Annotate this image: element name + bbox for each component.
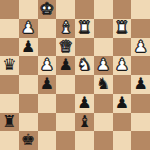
- square-e1[interactable]: [75, 131, 94, 150]
- square-c8[interactable]: ♚: [38, 0, 57, 19]
- square-e5[interactable]: ♞: [75, 56, 94, 75]
- square-a6[interactable]: [0, 38, 19, 57]
- square-c2[interactable]: [38, 113, 57, 132]
- square-a8[interactable]: [0, 0, 19, 19]
- square-f4[interactable]: ♞: [94, 75, 113, 94]
- square-d5[interactable]: ♟: [56, 56, 75, 75]
- white-pawn-icon: ♟: [21, 19, 35, 38]
- black-king-icon: ♚: [21, 131, 35, 150]
- square-h8[interactable]: [131, 0, 150, 19]
- white-bishop-icon: ♝: [58, 19, 72, 38]
- black-pawn-icon: ♟: [133, 75, 147, 94]
- square-a5[interactable]: ♛: [0, 56, 19, 75]
- square-b5[interactable]: [19, 56, 38, 75]
- square-a2[interactable]: ♜: [0, 113, 19, 132]
- black-queen-icon: ♛: [2, 56, 16, 75]
- square-e8[interactable]: [75, 0, 94, 19]
- square-h3[interactable]: [131, 94, 150, 113]
- white-queen-icon: ♛: [58, 38, 72, 57]
- square-f8[interactable]: [94, 0, 113, 19]
- square-d1[interactable]: [56, 131, 75, 150]
- white-king-icon: ♚: [40, 0, 54, 19]
- square-g6[interactable]: [113, 38, 132, 57]
- square-c5[interactable]: ♟: [38, 56, 57, 75]
- white-pawn-icon: ♟: [40, 56, 54, 75]
- square-g8[interactable]: [113, 0, 132, 19]
- square-e6[interactable]: [75, 38, 94, 57]
- black-pawn-icon: ♟: [115, 94, 129, 113]
- square-c6[interactable]: [38, 38, 57, 57]
- square-b7[interactable]: ♟: [19, 19, 38, 38]
- square-g4[interactable]: [113, 75, 132, 94]
- square-g1[interactable]: [113, 131, 132, 150]
- white-rook-icon: ♜: [77, 19, 91, 38]
- white-knight-icon: ♞: [77, 56, 91, 75]
- chess-board: ♚♟♝♜♜♟♛♟♛♟♟♞♟♟♟♞♟♟♟♜♝♚: [0, 0, 150, 150]
- square-h1[interactable]: [131, 131, 150, 150]
- square-g5[interactable]: ♟: [113, 56, 132, 75]
- square-c7[interactable]: [38, 19, 57, 38]
- square-g3[interactable]: ♟: [113, 94, 132, 113]
- square-e3[interactable]: ♟: [75, 94, 94, 113]
- square-d7[interactable]: ♝: [56, 19, 75, 38]
- square-g7[interactable]: ♜: [113, 19, 132, 38]
- black-knight-icon: ♞: [96, 75, 110, 94]
- square-c3[interactable]: [38, 94, 57, 113]
- square-f7[interactable]: [94, 19, 113, 38]
- square-h5[interactable]: [131, 56, 150, 75]
- square-h7[interactable]: [131, 19, 150, 38]
- square-d8[interactable]: [56, 0, 75, 19]
- white-pawn-icon: ♟: [96, 56, 110, 75]
- square-e7[interactable]: ♜: [75, 19, 94, 38]
- square-f6[interactable]: [94, 38, 113, 57]
- square-d4[interactable]: [56, 75, 75, 94]
- square-b3[interactable]: [19, 94, 38, 113]
- square-f3[interactable]: [94, 94, 113, 113]
- white-pawn-icon: ♟: [115, 56, 129, 75]
- square-b2[interactable]: [19, 113, 38, 132]
- black-rook-icon: ♜: [2, 113, 16, 132]
- black-pawn-icon: ♟: [58, 56, 72, 75]
- square-b1[interactable]: ♚: [19, 131, 38, 150]
- square-b4[interactable]: [19, 75, 38, 94]
- square-c1[interactable]: [38, 131, 57, 150]
- white-rook-icon: ♜: [115, 19, 129, 38]
- black-bishop-icon: ♝: [77, 113, 91, 132]
- black-pawn-icon: ♟: [77, 94, 91, 113]
- square-a1[interactable]: [0, 131, 19, 150]
- square-e2[interactable]: ♝: [75, 113, 94, 132]
- square-a7[interactable]: [0, 19, 19, 38]
- square-a3[interactable]: [0, 94, 19, 113]
- square-c4[interactable]: ♟: [38, 75, 57, 94]
- square-b6[interactable]: ♟: [19, 38, 38, 57]
- white-pawn-icon: ♟: [133, 38, 147, 57]
- square-b8[interactable]: [19, 0, 38, 19]
- black-pawn-icon: ♟: [40, 75, 54, 94]
- square-g2[interactable]: [113, 113, 132, 132]
- square-f2[interactable]: [94, 113, 113, 132]
- square-d3[interactable]: [56, 94, 75, 113]
- square-h6[interactable]: ♟: [131, 38, 150, 57]
- square-d2[interactable]: [56, 113, 75, 132]
- black-pawn-icon: ♟: [21, 38, 35, 57]
- square-h2[interactable]: [131, 113, 150, 132]
- square-f5[interactable]: ♟: [94, 56, 113, 75]
- square-f1[interactable]: [94, 131, 113, 150]
- square-h4[interactable]: ♟: [131, 75, 150, 94]
- square-a4[interactable]: [0, 75, 19, 94]
- square-e4[interactable]: [75, 75, 94, 94]
- square-d6[interactable]: ♛: [56, 38, 75, 57]
